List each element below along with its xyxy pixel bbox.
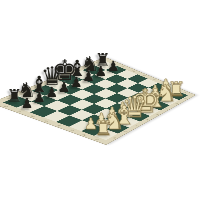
file-label-g-bottom: g (174, 103, 178, 105)
file-label-h-bottom: h (183, 98, 187, 100)
file-label-c-bottom: c (134, 125, 139, 127)
rank-label-7-left: 7 (17, 110, 23, 112)
chess-board: aabbccddeeffgghh8877665544332211 (0, 57, 196, 145)
file-label-f-top: f (71, 71, 75, 73)
file-label-a-bottom: a (112, 137, 117, 139)
board-grid (3, 61, 188, 140)
rank-label-1-left: 1 (94, 138, 99, 140)
file-label-e-bottom: e (155, 113, 159, 115)
rank-label-3-left: 3 (69, 129, 75, 131)
rank-label-2-left: 2 (82, 134, 87, 136)
file-label-b-bottom: b (123, 130, 128, 132)
rank-label-8-left: 8 (3, 105, 9, 107)
rank-label-6-left: 6 (30, 115, 36, 117)
file-label-g-top: g (83, 66, 88, 68)
rank-label-4-left: 4 (56, 125, 62, 127)
file-label-d-bottom: d (145, 119, 150, 121)
rank-label-5-left: 5 (43, 120, 49, 122)
chess-set-photo: aabbccddeeffgghh8877665544332211 ♜♞♝♛♚♝♞… (0, 0, 200, 200)
file-label-f-bottom: f (165, 108, 169, 110)
